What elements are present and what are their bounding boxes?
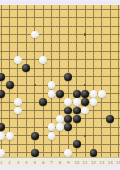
board-cell[interactable] (106, 64, 114, 72)
board-cell[interactable] (5, 81, 13, 89)
board-cell[interactable] (56, 5, 64, 13)
board-cell[interactable] (114, 89, 120, 97)
board-cell[interactable] (14, 81, 22, 89)
board-cell[interactable] (5, 30, 13, 38)
board-cell[interactable] (64, 73, 72, 81)
board-cell[interactable] (14, 73, 22, 81)
board-cell[interactable] (22, 89, 30, 97)
white-stone (98, 90, 106, 98)
white-stone (31, 31, 39, 39)
white-stone (14, 107, 22, 115)
white-stone (0, 149, 5, 157)
board-cell[interactable] (47, 123, 55, 131)
board-cell[interactable] (31, 39, 39, 47)
board-cell[interactable] (5, 89, 13, 97)
board-cell[interactable] (22, 30, 30, 38)
board-cell[interactable] (64, 132, 72, 140)
board-cell[interactable] (98, 115, 106, 123)
white-stone (90, 98, 98, 106)
board-cell[interactable] (89, 148, 97, 156)
board-cell[interactable] (31, 115, 39, 123)
board-cell[interactable] (81, 140, 89, 148)
board-cell[interactable] (114, 73, 120, 81)
board-cell[interactable] (22, 64, 30, 72)
black-stone (73, 140, 81, 148)
board-cell[interactable] (114, 56, 120, 64)
board-cell[interactable] (64, 64, 72, 72)
board-cell[interactable] (39, 115, 47, 123)
board-cell[interactable] (73, 123, 81, 131)
board-cell[interactable] (89, 56, 97, 64)
board-cell[interactable] (39, 64, 47, 72)
black-stone (31, 132, 39, 140)
board-cell[interactable] (47, 13, 55, 21)
board-cell[interactable] (73, 22, 81, 30)
board-cell[interactable] (73, 132, 81, 140)
board-cell[interactable] (81, 81, 89, 89)
board-cell[interactable] (5, 132, 13, 140)
board-cell[interactable] (106, 22, 114, 30)
board-cell[interactable] (73, 73, 81, 81)
board-cell[interactable] (56, 47, 64, 55)
board-cell[interactable] (39, 106, 47, 114)
board-cell[interactable] (31, 13, 39, 21)
board-cell[interactable] (106, 89, 114, 97)
board-cell[interactable] (81, 106, 89, 114)
board-cell[interactable] (22, 56, 30, 64)
board-cell[interactable] (114, 47, 120, 55)
board-cell[interactable] (89, 89, 97, 97)
board-cell[interactable] (14, 140, 22, 148)
board-cell[interactable] (39, 132, 47, 140)
board-cell[interactable] (106, 115, 114, 123)
board-cell[interactable] (22, 5, 30, 13)
white-stone (48, 123, 56, 131)
board-cell[interactable] (114, 140, 120, 148)
board-cell[interactable] (14, 98, 22, 106)
board-cell[interactable] (73, 64, 81, 72)
board-cell[interactable] (73, 56, 81, 64)
board-cell[interactable] (14, 39, 22, 47)
white-stone (48, 90, 56, 98)
board-cell[interactable] (14, 5, 22, 13)
board-cell[interactable] (14, 56, 22, 64)
board-cell[interactable] (98, 39, 106, 47)
board-cell[interactable] (31, 123, 39, 131)
board-cell[interactable] (106, 106, 114, 114)
board-cell[interactable] (5, 5, 13, 13)
board-cell[interactable] (89, 13, 97, 21)
board-cell[interactable] (14, 30, 22, 38)
board-cell[interactable] (106, 81, 114, 89)
board-cell[interactable] (73, 148, 81, 156)
black-stone (106, 115, 114, 123)
board-cell[interactable] (64, 56, 72, 64)
board-cell[interactable] (64, 13, 72, 21)
board-cell[interactable] (98, 89, 106, 97)
board-cell[interactable] (56, 89, 64, 97)
board-cell[interactable] (5, 115, 13, 123)
board-cell[interactable] (47, 30, 55, 38)
board-cell[interactable] (98, 106, 106, 114)
board-cell[interactable] (31, 30, 39, 38)
board-cell[interactable] (89, 5, 97, 13)
board-cell[interactable] (39, 89, 47, 97)
board-cell[interactable] (114, 81, 120, 89)
board-cell[interactable] (89, 98, 97, 106)
black-stone (22, 64, 30, 72)
board-cell[interactable] (73, 115, 81, 123)
board-cell[interactable] (22, 148, 30, 156)
board-cell[interactable] (73, 106, 81, 114)
board-cell[interactable] (31, 56, 39, 64)
white-stone (64, 149, 72, 157)
board-cell[interactable] (56, 123, 64, 131)
board-cell[interactable] (64, 123, 72, 131)
black-stone (64, 123, 72, 131)
board-cell[interactable] (73, 39, 81, 47)
board-cell[interactable] (5, 22, 13, 30)
board-cell[interactable] (22, 73, 30, 81)
board-cell[interactable] (89, 140, 97, 148)
board-cell[interactable] (14, 89, 22, 97)
board-cell[interactable] (73, 140, 81, 148)
board-cell[interactable] (31, 98, 39, 106)
board-cell[interactable] (5, 39, 13, 47)
board-cell[interactable] (81, 64, 89, 72)
board-cell[interactable] (5, 148, 13, 156)
black-stone (81, 98, 89, 106)
black-stone (31, 149, 39, 157)
board-cell[interactable] (89, 73, 97, 81)
board-cell[interactable] (56, 39, 64, 47)
board-cell[interactable] (31, 73, 39, 81)
board-cell[interactable] (98, 5, 106, 13)
board-cell[interactable] (64, 39, 72, 47)
board-cell[interactable] (47, 148, 55, 156)
board-cell[interactable] (106, 5, 114, 13)
board-cell[interactable] (64, 81, 72, 89)
board-cell[interactable] (114, 106, 120, 114)
board-cell[interactable] (89, 106, 97, 114)
board-cell[interactable] (5, 98, 13, 106)
board-cell[interactable] (31, 89, 39, 97)
board-cell[interactable] (106, 148, 114, 156)
board-cell[interactable] (98, 56, 106, 64)
board-cell[interactable] (56, 81, 64, 89)
board-cell[interactable] (98, 81, 106, 89)
board-cell[interactable] (106, 39, 114, 47)
board-cell[interactable] (22, 47, 30, 55)
board-cell[interactable] (64, 47, 72, 55)
board-cell[interactable] (114, 5, 120, 13)
board-cell[interactable] (5, 13, 13, 21)
board-cell[interactable] (47, 81, 55, 89)
board-cell[interactable] (47, 56, 55, 64)
board-cell[interactable] (89, 132, 97, 140)
black-stone (56, 90, 64, 98)
board-cell[interactable] (98, 30, 106, 38)
board-cell[interactable] (14, 22, 22, 30)
board-cell[interactable] (5, 140, 13, 148)
board-cell[interactable] (14, 64, 22, 72)
white-stone (48, 81, 56, 89)
board-cell[interactable] (39, 39, 47, 47)
board-cell[interactable] (106, 30, 114, 38)
board-cell[interactable] (31, 132, 39, 140)
board-cell[interactable] (114, 30, 120, 38)
black-stone (81, 90, 89, 98)
board-cell[interactable] (98, 132, 106, 140)
board-cell[interactable] (22, 81, 30, 89)
board-cell[interactable] (114, 13, 120, 21)
board-cell[interactable] (14, 13, 22, 21)
board-cell[interactable] (31, 140, 39, 148)
board-cell[interactable] (81, 73, 89, 81)
white-stone (14, 56, 22, 64)
board-cell[interactable] (98, 13, 106, 21)
go-app-screen: 123456789101112131415 (0, 0, 120, 170)
board-cell[interactable] (31, 148, 39, 156)
board-cell[interactable] (31, 81, 39, 89)
board-cell[interactable] (81, 115, 89, 123)
black-stone (73, 90, 81, 98)
black-stone (0, 90, 5, 98)
board-cell[interactable] (114, 123, 120, 131)
board-cell[interactable] (39, 148, 47, 156)
board-cell[interactable] (98, 140, 106, 148)
board-cell[interactable] (39, 13, 47, 21)
black-stone (64, 73, 72, 81)
board-cell[interactable] (114, 148, 120, 156)
board-cell[interactable] (56, 22, 64, 30)
board-cell[interactable] (14, 132, 22, 140)
board-cell[interactable] (5, 56, 13, 64)
board-cell[interactable] (81, 98, 89, 106)
black-stone (6, 81, 14, 89)
board-cell[interactable] (22, 98, 30, 106)
board-cell[interactable] (98, 47, 106, 55)
board-cell[interactable] (81, 5, 89, 13)
board-cell[interactable] (47, 39, 55, 47)
board-cell[interactable] (64, 140, 72, 148)
board-cell[interactable] (39, 123, 47, 131)
board-cell[interactable] (81, 30, 89, 38)
board-cell[interactable] (64, 106, 72, 114)
white-stone (90, 90, 98, 98)
board-cell[interactable] (47, 64, 55, 72)
board-cell[interactable] (64, 115, 72, 123)
board-cell[interactable] (64, 22, 72, 30)
board-cell[interactable] (47, 73, 55, 81)
board-cell[interactable] (89, 22, 97, 30)
board-cell[interactable] (14, 106, 22, 114)
black-stone (39, 98, 47, 106)
white-stone (73, 98, 81, 106)
board-cell[interactable] (81, 123, 89, 131)
board-cell[interactable] (98, 148, 106, 156)
board-cell[interactable] (114, 22, 120, 30)
board-cell[interactable] (64, 5, 72, 13)
white-stone (56, 115, 64, 123)
board-cell[interactable] (56, 106, 64, 114)
black-stone (64, 107, 72, 115)
board-cell[interactable] (89, 81, 97, 89)
board-cell[interactable] (47, 115, 55, 123)
board-cell[interactable] (56, 140, 64, 148)
board-cell[interactable] (73, 30, 81, 38)
board-cell[interactable] (56, 148, 64, 156)
board-cell[interactable] (98, 22, 106, 30)
board-cell[interactable] (56, 30, 64, 38)
board-cell[interactable] (5, 106, 13, 114)
board-cell[interactable] (22, 106, 30, 114)
board-cell[interactable] (56, 73, 64, 81)
board-cell[interactable] (47, 89, 55, 97)
board-cell[interactable] (39, 56, 47, 64)
board-cell[interactable] (106, 56, 114, 64)
board-cell[interactable] (39, 140, 47, 148)
board-cell[interactable] (56, 64, 64, 72)
board-cell[interactable] (106, 13, 114, 21)
board-cell[interactable] (81, 89, 89, 97)
board-cell[interactable] (22, 39, 30, 47)
board-cell[interactable] (47, 47, 55, 55)
board-cell[interactable] (5, 73, 13, 81)
board-cell[interactable] (89, 39, 97, 47)
board-cell[interactable] (39, 73, 47, 81)
board-cell[interactable] (81, 47, 89, 55)
board-cell[interactable] (56, 56, 64, 64)
board-cell[interactable] (22, 13, 30, 21)
board-cell[interactable] (114, 132, 120, 140)
white-stone (6, 132, 14, 140)
board-cell[interactable] (56, 132, 64, 140)
last-move-triangle-icon (0, 124, 1, 127)
board-cell[interactable] (64, 148, 72, 156)
board-cell[interactable] (81, 13, 89, 21)
white-stone (81, 107, 89, 115)
board-cell[interactable] (22, 140, 30, 148)
black-stone (73, 107, 81, 115)
go-board-grid (0, 5, 120, 157)
board-cell[interactable] (39, 98, 47, 106)
board-cell[interactable] (73, 81, 81, 89)
board-cell[interactable] (81, 148, 89, 156)
board-cell[interactable] (47, 106, 55, 114)
board-cell[interactable] (14, 123, 22, 131)
board-cell[interactable] (106, 132, 114, 140)
board-cell[interactable] (31, 22, 39, 30)
board-cell[interactable] (14, 115, 22, 123)
board-cell[interactable] (73, 5, 81, 13)
board-cell[interactable] (39, 30, 47, 38)
black-stone (73, 115, 81, 123)
black-stone (64, 115, 72, 123)
board-cell[interactable] (89, 30, 97, 38)
board-cell[interactable] (114, 98, 120, 106)
board-cell[interactable] (64, 89, 72, 97)
board-cell[interactable] (73, 89, 81, 97)
board-cell[interactable] (22, 123, 30, 131)
white-stone (0, 132, 5, 140)
board-cell[interactable] (81, 56, 89, 64)
white-stone (14, 98, 22, 106)
board-cell[interactable] (22, 115, 30, 123)
board-cell[interactable] (64, 98, 72, 106)
board-cell[interactable] (81, 132, 89, 140)
board-cell[interactable] (22, 132, 30, 140)
black-stone-last-move (0, 123, 5, 131)
board-cell[interactable] (31, 106, 39, 114)
board-cell[interactable] (31, 47, 39, 55)
board-cell[interactable] (5, 64, 13, 72)
board-cell[interactable] (73, 13, 81, 21)
board-cell[interactable] (39, 47, 47, 55)
board-cell[interactable] (98, 64, 106, 72)
board-cell[interactable] (106, 123, 114, 131)
board-cell[interactable] (89, 47, 97, 55)
board-cell[interactable] (89, 64, 97, 72)
board-cell[interactable] (47, 132, 55, 140)
board-cell[interactable] (98, 123, 106, 131)
board-cell[interactable] (39, 5, 47, 13)
go-board (0, 5, 120, 157)
board-cell[interactable] (5, 47, 13, 55)
board-cell[interactable] (81, 39, 89, 47)
white-stone (56, 123, 64, 131)
board-cell[interactable] (47, 22, 55, 30)
board-cell[interactable] (114, 64, 120, 72)
board-cell[interactable] (89, 115, 97, 123)
board-cell[interactable] (106, 140, 114, 148)
board-cell[interactable] (106, 98, 114, 106)
board-cell[interactable] (47, 5, 55, 13)
board-cell[interactable] (106, 73, 114, 81)
white-stone (64, 98, 72, 106)
board-cell[interactable] (98, 98, 106, 106)
board-cell[interactable] (56, 13, 64, 21)
board-cell[interactable] (114, 115, 120, 123)
board-cell[interactable] (98, 73, 106, 81)
board-cell[interactable] (81, 22, 89, 30)
board-cell[interactable] (14, 148, 22, 156)
bottom-background-strip (0, 166, 120, 170)
board-cell[interactable] (31, 64, 39, 72)
board-cell[interactable] (89, 123, 97, 131)
board-cell[interactable] (31, 5, 39, 13)
board-cell[interactable] (64, 30, 72, 38)
board-cell[interactable] (5, 123, 13, 131)
board-cell[interactable] (22, 22, 30, 30)
black-stone (0, 73, 5, 81)
board-cell[interactable] (39, 22, 47, 30)
board-cell[interactable] (73, 47, 81, 55)
board-cell[interactable] (47, 140, 55, 148)
board-cell[interactable] (39, 81, 47, 89)
board-cell[interactable] (56, 98, 64, 106)
board-cell[interactable] (47, 98, 55, 106)
board-cell[interactable] (73, 98, 81, 106)
board-cell[interactable] (56, 115, 64, 123)
white-stone (39, 56, 47, 64)
black-stone (90, 149, 98, 157)
board-cell[interactable] (14, 47, 22, 55)
board-cell[interactable] (114, 39, 120, 47)
white-stone (48, 132, 56, 140)
board-cell[interactable] (106, 47, 114, 55)
